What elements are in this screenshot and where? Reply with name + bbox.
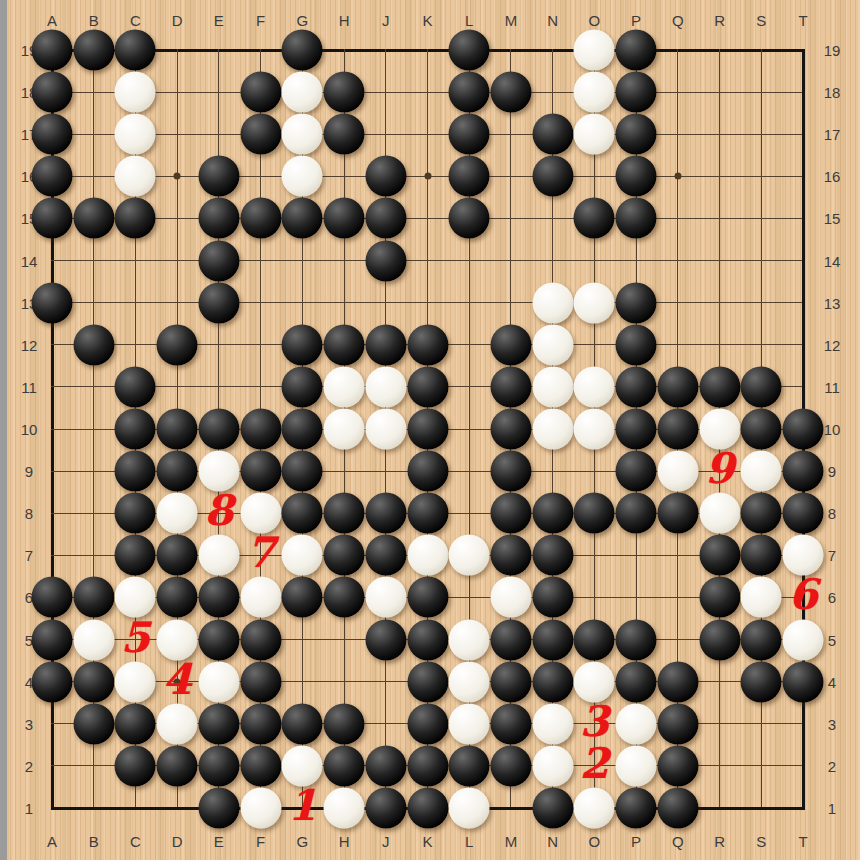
stone-black bbox=[282, 703, 323, 744]
stone-black bbox=[365, 493, 406, 534]
stone-black bbox=[282, 409, 323, 450]
row-label-left: 3 bbox=[25, 715, 33, 732]
stone-black bbox=[616, 324, 657, 365]
col-label-top: F bbox=[256, 12, 265, 29]
stone-white bbox=[574, 661, 615, 702]
stone-black bbox=[198, 409, 239, 450]
col-label-top: O bbox=[589, 12, 601, 29]
stone-black bbox=[532, 156, 573, 197]
stone-black bbox=[741, 409, 782, 450]
col-label-top: E bbox=[214, 12, 224, 29]
stone-black bbox=[324, 745, 365, 786]
stone-black bbox=[198, 240, 239, 281]
row-label-right: 12 bbox=[824, 336, 841, 353]
move-number: 9 bbox=[705, 448, 734, 490]
stone-black bbox=[616, 451, 657, 492]
row-label-right: 15 bbox=[824, 210, 841, 227]
stone-white bbox=[574, 366, 615, 407]
row-label-right: 4 bbox=[828, 673, 836, 690]
stone-black bbox=[115, 451, 156, 492]
stone-black bbox=[198, 788, 239, 829]
row-label-left: 12 bbox=[21, 336, 38, 353]
stone-black bbox=[324, 324, 365, 365]
col-label-bottom: T bbox=[798, 833, 807, 850]
stone-white bbox=[449, 703, 490, 744]
stone-white bbox=[240, 788, 281, 829]
col-label-top: N bbox=[547, 12, 558, 29]
stone-black bbox=[32, 282, 73, 323]
stone-black bbox=[741, 619, 782, 660]
row-label-right: 1 bbox=[828, 800, 836, 817]
stone-black bbox=[282, 324, 323, 365]
stone-black bbox=[490, 324, 531, 365]
col-label-bottom: M bbox=[505, 833, 518, 850]
col-label-top: D bbox=[172, 12, 183, 29]
stone-black bbox=[365, 240, 406, 281]
stone-black bbox=[73, 661, 114, 702]
col-label-bottom: K bbox=[422, 833, 432, 850]
stone-white bbox=[741, 451, 782, 492]
stone-white bbox=[783, 535, 824, 576]
stone-white bbox=[157, 493, 198, 534]
stone-black bbox=[490, 366, 531, 407]
col-label-top: K bbox=[422, 12, 432, 29]
stone-black bbox=[616, 366, 657, 407]
stone-black bbox=[73, 703, 114, 744]
col-label-top: A bbox=[47, 12, 57, 29]
stone-white bbox=[741, 577, 782, 618]
row-label-left: 14 bbox=[21, 252, 38, 269]
stone-black bbox=[741, 661, 782, 702]
row-label-right: 18 bbox=[824, 84, 841, 101]
move-number: 2 bbox=[580, 743, 609, 785]
col-label-bottom: F bbox=[256, 833, 265, 850]
stone-black bbox=[324, 535, 365, 576]
stone-black bbox=[532, 661, 573, 702]
stone-black bbox=[32, 72, 73, 113]
stone-white bbox=[532, 409, 573, 450]
col-label-bottom: O bbox=[589, 833, 601, 850]
stone-black bbox=[449, 30, 490, 71]
stone-black bbox=[407, 703, 448, 744]
col-label-top: Q bbox=[672, 12, 684, 29]
stone-white bbox=[657, 451, 698, 492]
col-label-top: S bbox=[756, 12, 766, 29]
stone-white bbox=[73, 619, 114, 660]
stone-white bbox=[616, 703, 657, 744]
col-label-top: T bbox=[798, 12, 807, 29]
stone-black bbox=[240, 198, 281, 239]
col-label-top: R bbox=[714, 12, 725, 29]
stone-black bbox=[574, 619, 615, 660]
stone-black bbox=[32, 198, 73, 239]
stone-white bbox=[282, 156, 323, 197]
move-number: 5 bbox=[121, 617, 150, 659]
stone-black bbox=[324, 703, 365, 744]
stone-black bbox=[365, 788, 406, 829]
stone-black bbox=[449, 198, 490, 239]
stone-black bbox=[198, 198, 239, 239]
stone-black bbox=[365, 745, 406, 786]
stone-black bbox=[365, 156, 406, 197]
move-number: 1 bbox=[288, 785, 317, 827]
stone-black bbox=[282, 366, 323, 407]
stone-white bbox=[324, 409, 365, 450]
stone-black bbox=[699, 619, 740, 660]
stone-black bbox=[240, 114, 281, 155]
stone-black bbox=[407, 745, 448, 786]
stone-black bbox=[324, 577, 365, 618]
stone-white bbox=[449, 535, 490, 576]
row-label-right: 2 bbox=[828, 757, 836, 774]
col-label-top: L bbox=[465, 12, 473, 29]
col-label-top: G bbox=[296, 12, 308, 29]
stone-black bbox=[282, 451, 323, 492]
stone-black bbox=[616, 409, 657, 450]
col-label-bottom: C bbox=[130, 833, 141, 850]
stone-white bbox=[115, 661, 156, 702]
stone-white bbox=[198, 451, 239, 492]
stone-black bbox=[240, 619, 281, 660]
stone-black bbox=[449, 156, 490, 197]
stone-white bbox=[532, 324, 573, 365]
col-label-top: H bbox=[339, 12, 350, 29]
stone-black bbox=[157, 535, 198, 576]
stone-black bbox=[699, 535, 740, 576]
stone-black bbox=[324, 493, 365, 534]
stone-black bbox=[657, 366, 698, 407]
stone-black bbox=[365, 619, 406, 660]
col-label-bottom: L bbox=[465, 833, 473, 850]
stone-black bbox=[490, 535, 531, 576]
col-label-bottom: N bbox=[547, 833, 558, 850]
stone-black bbox=[324, 114, 365, 155]
stone-black bbox=[407, 409, 448, 450]
stone-black bbox=[365, 198, 406, 239]
stone-black bbox=[783, 493, 824, 534]
stone-black bbox=[616, 30, 657, 71]
stone-white bbox=[240, 493, 281, 534]
stone-black bbox=[616, 661, 657, 702]
stone-white bbox=[115, 114, 156, 155]
stone-white bbox=[157, 703, 198, 744]
stone-black bbox=[657, 745, 698, 786]
row-label-right: 11 bbox=[824, 378, 840, 395]
stone-white bbox=[449, 619, 490, 660]
stone-white bbox=[365, 577, 406, 618]
stone-black bbox=[157, 324, 198, 365]
move-number: 8 bbox=[204, 491, 233, 533]
stone-white bbox=[282, 114, 323, 155]
stone-black bbox=[282, 30, 323, 71]
stone-black bbox=[198, 745, 239, 786]
go-board: AABBCCDDEEFFGGHHJJKKLLMMNNOOPPQQRRSSTT19… bbox=[0, 0, 860, 860]
stone-black bbox=[157, 451, 198, 492]
row-label-left: 2 bbox=[25, 757, 33, 774]
stone-black bbox=[32, 156, 73, 197]
stone-black bbox=[115, 493, 156, 534]
row-label-left: 8 bbox=[25, 505, 33, 522]
stone-black bbox=[240, 72, 281, 113]
stone-black bbox=[616, 156, 657, 197]
move-number: 6 bbox=[788, 575, 817, 617]
stone-white bbox=[532, 703, 573, 744]
stone-black bbox=[532, 577, 573, 618]
star-point bbox=[674, 173, 681, 180]
star-point bbox=[424, 173, 431, 180]
stone-black bbox=[115, 409, 156, 450]
star-point bbox=[174, 173, 181, 180]
stone-black bbox=[741, 535, 782, 576]
col-label-bottom: J bbox=[382, 833, 390, 850]
col-label-bottom: H bbox=[339, 833, 350, 850]
stone-black bbox=[240, 703, 281, 744]
row-label-right: 19 bbox=[824, 42, 841, 59]
stone-black bbox=[73, 324, 114, 365]
stone-black bbox=[574, 493, 615, 534]
stone-black bbox=[616, 114, 657, 155]
move-number: 7 bbox=[246, 533, 275, 575]
stone-black bbox=[741, 366, 782, 407]
stone-white bbox=[282, 745, 323, 786]
stone-black bbox=[616, 619, 657, 660]
stone-black bbox=[407, 324, 448, 365]
stone-black bbox=[365, 324, 406, 365]
stone-black bbox=[282, 493, 323, 534]
stone-white bbox=[699, 409, 740, 450]
stone-black bbox=[657, 661, 698, 702]
stone-black bbox=[616, 72, 657, 113]
stone-black bbox=[657, 409, 698, 450]
stone-white bbox=[282, 72, 323, 113]
stone-white bbox=[783, 619, 824, 660]
stone-black bbox=[783, 661, 824, 702]
col-label-bottom: D bbox=[172, 833, 183, 850]
stone-black bbox=[198, 156, 239, 197]
stone-white bbox=[532, 745, 573, 786]
stone-black bbox=[240, 409, 281, 450]
stone-black bbox=[407, 661, 448, 702]
stone-white bbox=[198, 661, 239, 702]
stone-black bbox=[157, 745, 198, 786]
move-number: 4 bbox=[163, 659, 192, 701]
stone-black bbox=[616, 493, 657, 534]
col-label-bottom: B bbox=[89, 833, 99, 850]
row-label-right: 17 bbox=[824, 126, 841, 143]
stone-white bbox=[574, 788, 615, 829]
row-label-left: 1 bbox=[25, 800, 33, 817]
stone-black bbox=[449, 114, 490, 155]
stone-black bbox=[407, 788, 448, 829]
row-label-right: 9 bbox=[828, 463, 836, 480]
stone-black bbox=[616, 282, 657, 323]
stone-black bbox=[490, 661, 531, 702]
col-label-top: C bbox=[130, 12, 141, 29]
col-label-bottom: Q bbox=[672, 833, 684, 850]
stone-black bbox=[73, 30, 114, 71]
stone-black bbox=[407, 451, 448, 492]
stone-black bbox=[783, 451, 824, 492]
row-label-right: 13 bbox=[824, 294, 841, 311]
row-label-right: 3 bbox=[828, 715, 836, 732]
col-label-top: B bbox=[89, 12, 99, 29]
stone-black bbox=[490, 451, 531, 492]
stone-black bbox=[449, 745, 490, 786]
stone-black bbox=[157, 577, 198, 618]
stone-black bbox=[407, 577, 448, 618]
row-label-right: 7 bbox=[828, 547, 836, 564]
stone-black bbox=[490, 745, 531, 786]
stone-black bbox=[532, 619, 573, 660]
row-label-left: 11 bbox=[21, 378, 37, 395]
stone-white bbox=[240, 577, 281, 618]
stone-black bbox=[449, 72, 490, 113]
stone-black bbox=[282, 577, 323, 618]
stone-black bbox=[490, 72, 531, 113]
stone-black bbox=[240, 661, 281, 702]
stone-black bbox=[198, 282, 239, 323]
stone-black bbox=[657, 493, 698, 534]
stone-white bbox=[115, 72, 156, 113]
stone-white bbox=[407, 535, 448, 576]
stone-black bbox=[532, 788, 573, 829]
stone-black bbox=[32, 661, 73, 702]
stone-white bbox=[574, 114, 615, 155]
row-label-left: 10 bbox=[21, 421, 38, 438]
row-label-right: 8 bbox=[828, 505, 836, 522]
stone-black bbox=[32, 619, 73, 660]
row-label-right: 14 bbox=[824, 252, 841, 269]
stone-black bbox=[407, 366, 448, 407]
stone-black bbox=[32, 30, 73, 71]
stone-black bbox=[407, 493, 448, 534]
stone-black bbox=[616, 198, 657, 239]
stone-white bbox=[449, 788, 490, 829]
stone-white bbox=[574, 30, 615, 71]
stone-black bbox=[198, 619, 239, 660]
stone-white bbox=[115, 577, 156, 618]
stone-black bbox=[240, 451, 281, 492]
stone-white bbox=[115, 156, 156, 197]
col-label-bottom: S bbox=[756, 833, 766, 850]
stone-white bbox=[157, 619, 198, 660]
col-label-top: J bbox=[382, 12, 390, 29]
col-label-top: P bbox=[631, 12, 641, 29]
stone-black bbox=[532, 535, 573, 576]
row-label-left: 7 bbox=[25, 547, 33, 564]
stone-white bbox=[574, 72, 615, 113]
stone-white bbox=[574, 409, 615, 450]
stone-black bbox=[115, 535, 156, 576]
stone-black bbox=[490, 703, 531, 744]
stone-black bbox=[324, 198, 365, 239]
stone-white bbox=[324, 366, 365, 407]
stone-black bbox=[324, 72, 365, 113]
stone-black bbox=[32, 114, 73, 155]
stone-black bbox=[657, 703, 698, 744]
col-label-bottom: G bbox=[296, 833, 308, 850]
stone-black bbox=[699, 577, 740, 618]
col-label-bottom: A bbox=[47, 833, 57, 850]
stone-black bbox=[699, 366, 740, 407]
stone-black bbox=[198, 577, 239, 618]
col-label-top: M bbox=[505, 12, 518, 29]
stone-white bbox=[282, 535, 323, 576]
row-label-right: 6 bbox=[828, 589, 836, 606]
move-number: 3 bbox=[580, 701, 609, 743]
stone-black bbox=[115, 745, 156, 786]
stone-black bbox=[32, 577, 73, 618]
stone-black bbox=[115, 366, 156, 407]
stone-black bbox=[407, 619, 448, 660]
screenshot-left-edge bbox=[0, 0, 7, 860]
stone-white bbox=[532, 282, 573, 323]
row-label-right: 10 bbox=[824, 421, 841, 438]
stone-black bbox=[490, 619, 531, 660]
stone-black bbox=[73, 577, 114, 618]
row-label-right: 5 bbox=[828, 631, 836, 648]
stone-black bbox=[198, 703, 239, 744]
stone-black bbox=[282, 198, 323, 239]
stone-black bbox=[741, 493, 782, 534]
stone-black bbox=[490, 493, 531, 534]
stone-black bbox=[73, 198, 114, 239]
stone-white bbox=[532, 366, 573, 407]
stone-black bbox=[574, 198, 615, 239]
stone-white bbox=[324, 788, 365, 829]
col-label-bottom: R bbox=[714, 833, 725, 850]
stone-white bbox=[198, 535, 239, 576]
stone-white bbox=[365, 409, 406, 450]
col-label-bottom: P bbox=[631, 833, 641, 850]
stone-black bbox=[657, 788, 698, 829]
stone-black bbox=[115, 198, 156, 239]
stone-black bbox=[365, 535, 406, 576]
stone-white bbox=[574, 282, 615, 323]
col-label-bottom: E bbox=[214, 833, 224, 850]
stone-white bbox=[699, 493, 740, 534]
stone-black bbox=[532, 493, 573, 534]
row-label-left: 9 bbox=[25, 463, 33, 480]
stone-white bbox=[365, 366, 406, 407]
stone-black bbox=[783, 409, 824, 450]
row-label-right: 16 bbox=[824, 168, 841, 185]
stone-black bbox=[115, 703, 156, 744]
stone-black bbox=[240, 745, 281, 786]
stone-black bbox=[115, 30, 156, 71]
stone-black bbox=[157, 409, 198, 450]
stone-black bbox=[490, 409, 531, 450]
stone-black bbox=[616, 788, 657, 829]
stone-white bbox=[449, 661, 490, 702]
stone-black bbox=[532, 114, 573, 155]
stone-white bbox=[616, 745, 657, 786]
stone-white bbox=[490, 577, 531, 618]
